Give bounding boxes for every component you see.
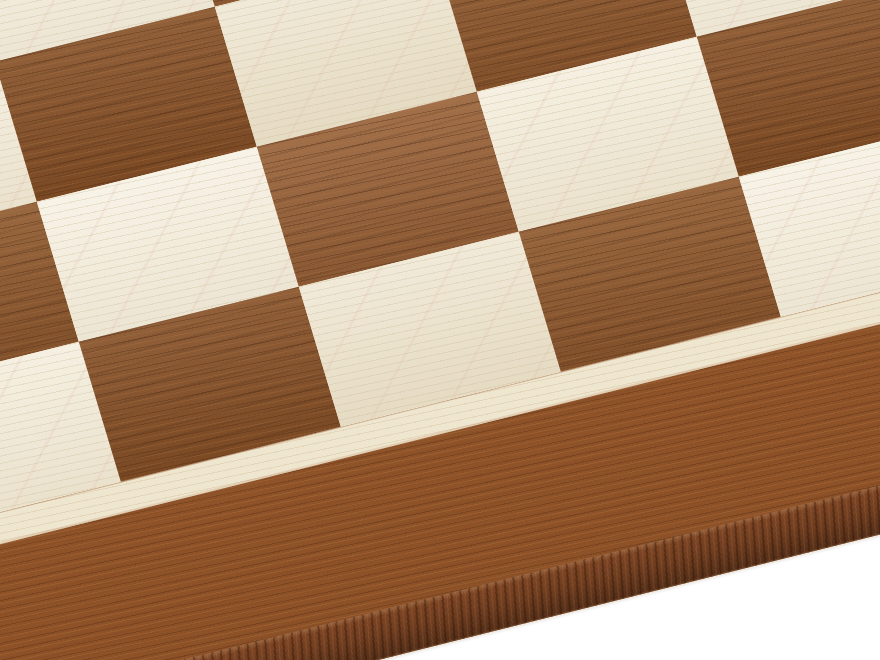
playing-area [0, 0, 880, 537]
photo-canvas [0, 0, 880, 660]
